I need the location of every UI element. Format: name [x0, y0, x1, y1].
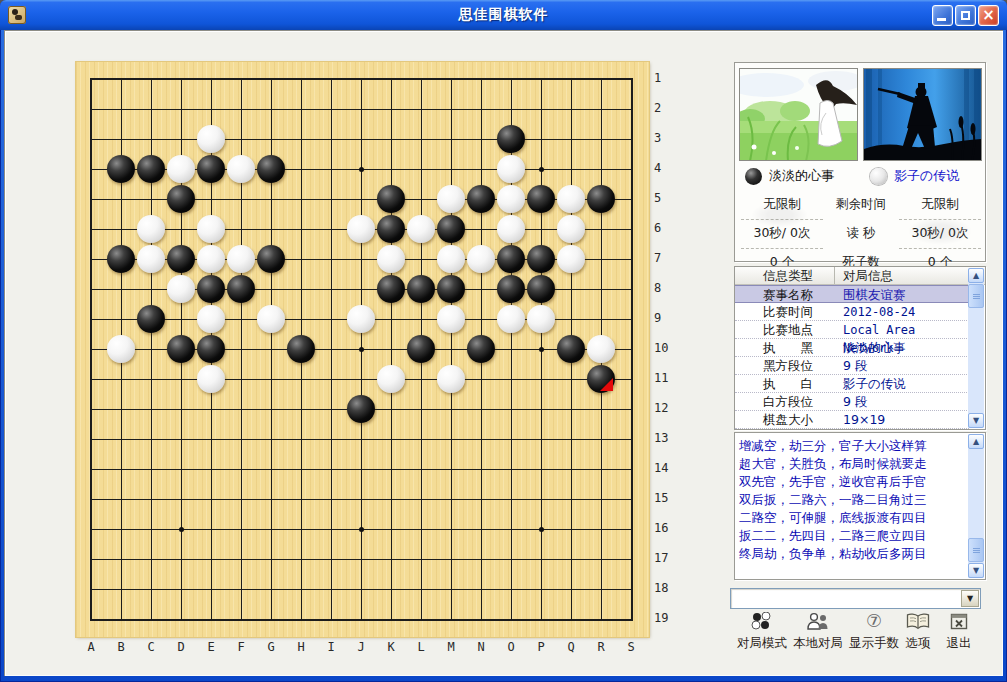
white-stone[interactable]	[107, 335, 135, 363]
white-stone[interactable]	[257, 305, 285, 333]
stones-group-icon	[751, 610, 773, 632]
black-stone[interactable]	[197, 155, 225, 183]
proverb-line: 二路空，可伸腿，底线扳渡有四目	[739, 509, 967, 527]
white-stone[interactable]	[137, 245, 165, 273]
column-label: I	[327, 640, 334, 654]
white-stone[interactable]	[197, 125, 225, 153]
white-stone[interactable]	[497, 305, 525, 333]
go-board[interactable]	[76, 62, 649, 637]
minimize-button[interactable]	[932, 5, 953, 26]
table-row[interactable]: 比赛时间2012-08-24	[735, 303, 969, 321]
white-player-name: 影子の传说	[894, 167, 959, 185]
row-label: 11	[654, 371, 668, 385]
black-stone[interactable]	[587, 185, 615, 213]
white-stone[interactable]	[497, 155, 525, 183]
white-stone[interactable]	[347, 215, 375, 243]
black-player-name: 淡淡的心事	[769, 167, 834, 185]
white-stone[interactable]	[587, 335, 615, 363]
byoyomi-label: 读 秒	[823, 220, 899, 249]
row-value: Local Area Network	[835, 321, 969, 338]
game-info-table: 信息类型 对局信息 赛事名称围棋友谊赛比赛时间2012-08-24比赛地点Loc…	[734, 266, 986, 430]
white-stone[interactable]	[407, 215, 435, 243]
black-stone[interactable]	[497, 275, 525, 303]
black-stone[interactable]	[377, 215, 405, 243]
toolbar-button-label: 对局模式	[737, 635, 787, 652]
row-value: 9 段	[835, 393, 969, 410]
column-label: D	[177, 640, 184, 654]
proverbs-scrollbar-thumb[interactable]	[968, 538, 984, 562]
row-label: 执 白	[735, 375, 835, 392]
white-stone[interactable]	[467, 245, 495, 273]
black-stone[interactable]	[137, 305, 165, 333]
white-stone[interactable]	[437, 245, 465, 273]
toolbar-button-5[interactable]: 退出	[938, 610, 980, 662]
black-stone-icon	[745, 168, 762, 185]
exit-icon	[950, 610, 968, 632]
toolbar-button-label: 选项	[906, 635, 931, 652]
time-info: 无限制 剩余时间 无限制 30秒/ 0次 读 秒 30秒/ 0次 0 个 死子数…	[741, 191, 981, 277]
white-stone[interactable]	[197, 305, 225, 333]
header-game-info: 对局信息	[835, 267, 985, 284]
dropdown-arrow-icon[interactable]: ▼	[961, 590, 979, 607]
column-label: G	[267, 640, 274, 654]
star-point	[359, 527, 364, 532]
proverb-line: 扳二二，先四目，二路三爬立四目	[739, 527, 967, 545]
minimize-icon	[937, 18, 946, 21]
row-label: 3	[654, 131, 661, 145]
black-stone[interactable]	[167, 245, 195, 273]
black-stone[interactable]	[437, 275, 465, 303]
row-label: 15	[654, 491, 668, 505]
row-label: 8	[654, 281, 661, 295]
white-stone[interactable]	[197, 245, 225, 273]
black-stone[interactable]	[347, 395, 375, 423]
black-stone[interactable]	[527, 245, 555, 273]
table-row[interactable]: 白方段位9 段	[735, 393, 969, 411]
table-scrollbar[interactable]: ▲ ▼	[968, 268, 984, 428]
star-point	[179, 527, 184, 532]
row-value: 影子の传说	[835, 375, 969, 392]
row-value: 9 段	[835, 357, 969, 374]
row-label: 1	[654, 71, 661, 85]
maximize-icon	[961, 11, 970, 20]
black-stone[interactable]	[557, 335, 585, 363]
row-label: 2	[654, 101, 661, 115]
white-stone[interactable]	[377, 365, 405, 393]
row-label: 5	[654, 191, 661, 205]
scroll-up-icon[interactable]: ▲	[968, 268, 984, 283]
black-main-time: 无限制	[741, 191, 823, 220]
white-stone-icon	[870, 168, 887, 185]
table-scrollbar-thumb[interactable]	[968, 284, 984, 308]
column-label: E	[207, 640, 214, 654]
column-label: B	[117, 640, 124, 654]
row-label: 10	[654, 341, 668, 355]
column-label: R	[597, 640, 604, 654]
row-label: 7	[654, 251, 661, 265]
black-stone[interactable]	[107, 155, 135, 183]
table-row[interactable]: 执 黑淡淡的心事	[735, 339, 969, 357]
row-label: 6	[654, 221, 661, 235]
white-stone[interactable]	[227, 245, 255, 273]
close-icon: ×	[979, 6, 998, 25]
black-stone[interactable]	[107, 245, 135, 273]
toolbar-button-label: 本地对局	[793, 635, 843, 652]
column-label: C	[147, 640, 154, 654]
star-point	[359, 347, 364, 352]
black-stone[interactable]	[467, 335, 495, 363]
row-label: 赛事名称	[735, 286, 835, 302]
white-stone[interactable]	[527, 305, 555, 333]
white-stone[interactable]	[437, 185, 465, 213]
row-label: 白方段位	[735, 393, 835, 410]
proverb-line: 增减空，劫三分，官子大小这样算	[739, 437, 967, 455]
table-row[interactable]: 赛事名称围棋友谊赛	[735, 285, 969, 303]
black-stone[interactable]	[497, 125, 525, 153]
white-stone[interactable]	[557, 245, 585, 273]
scroll-down-icon[interactable]: ▼	[968, 413, 984, 428]
white-stone[interactable]	[557, 215, 585, 243]
app-window: 思佳围棋软件 × 12345678910111213141516171819 A…	[0, 0, 1007, 682]
column-label: Q	[567, 640, 574, 654]
star-point	[539, 527, 544, 532]
white-main-time: 无限制	[899, 191, 981, 220]
white-byoyomi: 30秒/ 0次	[899, 220, 981, 249]
column-label: L	[417, 640, 424, 654]
black-stone[interactable]	[437, 215, 465, 243]
close-button[interactable]: ×	[978, 5, 999, 26]
header-info-type: 信息类型	[735, 267, 835, 284]
white-stone[interactable]	[437, 305, 465, 333]
circled-7-icon: ⑦	[866, 610, 882, 632]
column-label: S	[627, 640, 634, 654]
column-label: P	[537, 640, 544, 654]
row-label: 19	[654, 611, 668, 625]
black-stone[interactable]	[197, 335, 225, 363]
black-stone[interactable]	[587, 365, 615, 393]
toolbar-button-2[interactable]: 本地对局	[790, 610, 846, 662]
row-label: 18	[654, 581, 668, 595]
star-point	[359, 167, 364, 172]
black-stone[interactable]	[167, 185, 195, 213]
column-label: N	[477, 640, 484, 654]
row-label: 执 黑	[735, 339, 835, 356]
white-stone[interactable]	[167, 275, 195, 303]
row-label: 比赛地点	[735, 321, 835, 338]
black-stone[interactable]	[257, 155, 285, 183]
proverbs-box: 增减空，劫三分，官子大小这样算超大官，关胜负，布局时候就要走双先官，先手官，逆收…	[734, 432, 986, 580]
white-stone[interactable]	[347, 305, 375, 333]
star-point	[539, 347, 544, 352]
white-stone[interactable]	[167, 155, 195, 183]
table-row[interactable]: 棋盘大小19×19	[735, 411, 969, 429]
column-label: K	[387, 640, 394, 654]
row-label: 棋盘大小	[735, 411, 835, 428]
bottom-toolbar: 对局模式本地对局⑦显示手数选项退出	[734, 610, 986, 666]
player-info-panel: 淡淡的心事 影子の传说 无限制 剩余时间 无限制 30秒/ 0次 读 秒 30秒…	[734, 62, 986, 262]
row-label: 12	[654, 401, 668, 415]
maximize-button[interactable]	[955, 5, 976, 26]
column-label: M	[447, 640, 454, 654]
black-stone[interactable]	[467, 185, 495, 213]
column-label: J	[357, 640, 364, 654]
scroll-up-icon[interactable]: ▲	[968, 434, 984, 449]
white-stone[interactable]	[557, 185, 585, 213]
row-label: 比赛时间	[735, 303, 835, 320]
white-stone[interactable]	[137, 215, 165, 243]
proverbs-text: 增减空，劫三分，官子大小这样算超大官，关胜负，布局时候就要走双先官，先手官，逆收…	[739, 437, 967, 575]
white-stone[interactable]	[437, 365, 465, 393]
proverb-line: 双后扳，二路六，一路二目角过三	[739, 491, 967, 509]
title-bar: 思佳围棋软件 ×	[0, 0, 1007, 30]
white-stone[interactable]	[227, 155, 255, 183]
table-header: 信息类型 对局信息	[735, 267, 985, 285]
row-label: 4	[654, 161, 661, 175]
black-stone[interactable]	[377, 275, 405, 303]
row-label: 16	[654, 521, 668, 535]
chat-combobox[interactable]: ▼	[730, 588, 981, 609]
row-value: 2012-08-24	[835, 303, 969, 320]
book-icon	[906, 610, 930, 632]
column-label: H	[297, 640, 304, 654]
table-row[interactable]: 执 白影子の传说	[735, 375, 969, 393]
row-label: 黑方段位	[735, 357, 835, 374]
proverb-line: 超大官，关胜负，布局时候就要走	[739, 455, 967, 473]
time-label: 剩余时间	[823, 191, 899, 220]
proverb-line: 双先官，先手官，逆收官再后手官	[739, 473, 967, 491]
client-area: 12345678910111213141516171819 ABCDEFGHIJ…	[4, 30, 1003, 676]
black-stone[interactable]	[257, 245, 285, 273]
white-player-avatar	[863, 68, 982, 161]
black-stone[interactable]	[227, 275, 255, 303]
star-point	[539, 167, 544, 172]
black-stone[interactable]	[287, 335, 315, 363]
white-stone[interactable]	[197, 215, 225, 243]
black-byoyomi: 30秒/ 0次	[741, 220, 823, 249]
toolbar-button-label: 显示手数	[849, 635, 899, 652]
black-stone[interactable]	[197, 275, 225, 303]
black-stone[interactable]	[137, 155, 165, 183]
black-stone[interactable]	[407, 275, 435, 303]
white-stone[interactable]	[197, 365, 225, 393]
last-move-marker-icon	[600, 378, 613, 391]
table-row[interactable]: 黑方段位9 段	[735, 357, 969, 375]
proverbs-scrollbar[interactable]: ▲ ▼	[968, 434, 984, 578]
column-label: A	[87, 640, 94, 654]
toolbar-button-3[interactable]: ⑦显示手数	[846, 610, 902, 662]
toolbar-button-4[interactable]: 选项	[898, 610, 938, 662]
white-stone[interactable]	[497, 185, 525, 213]
row-value: 19×19	[835, 411, 969, 428]
window-title: 思佳围棋软件	[0, 6, 1007, 24]
black-stone[interactable]	[407, 335, 435, 363]
row-label: 17	[654, 551, 668, 565]
black-stone[interactable]	[167, 335, 195, 363]
column-label: O	[507, 640, 514, 654]
people-icon	[806, 610, 830, 632]
column-label: F	[237, 640, 244, 654]
board-grid[interactable]	[91, 79, 632, 620]
table-row[interactable]: 比赛地点Local Area Network	[735, 321, 969, 339]
black-stone[interactable]	[527, 185, 555, 213]
black-stone[interactable]	[497, 245, 525, 273]
black-stone[interactable]	[527, 275, 555, 303]
scroll-down-icon[interactable]: ▼	[968, 563, 984, 578]
toolbar-button-1[interactable]: 对局模式	[734, 610, 790, 662]
proverb-line: 终局劫，负争单，粘劫收后多两目	[739, 545, 967, 563]
row-value: 淡淡的心事	[835, 339, 969, 356]
white-stone[interactable]	[497, 215, 525, 243]
row-value: 围棋友谊赛	[835, 286, 969, 302]
row-label: 13	[654, 431, 668, 445]
white-stone[interactable]	[377, 245, 405, 273]
row-label: 9	[654, 311, 661, 325]
black-player-avatar	[739, 68, 858, 161]
black-stone[interactable]	[377, 185, 405, 213]
toolbar-button-label: 退出	[947, 635, 972, 652]
row-label: 14	[654, 461, 668, 475]
